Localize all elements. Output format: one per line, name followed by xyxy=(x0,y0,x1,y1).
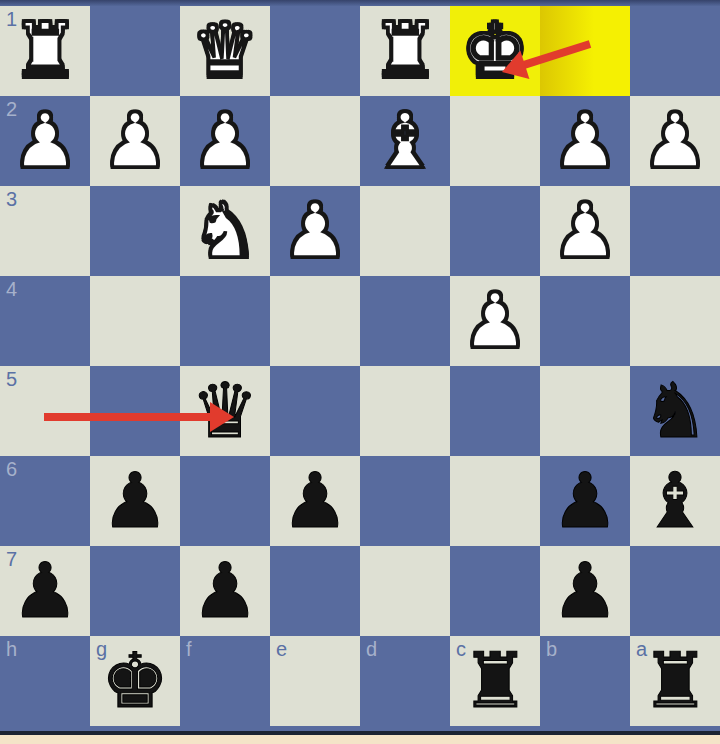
square-a2[interactable]: ♟ xyxy=(630,96,720,186)
square-a4[interactable] xyxy=(630,276,720,366)
square-a7[interactable] xyxy=(630,546,720,636)
black-pawn-f7: ♟ xyxy=(191,546,259,636)
square-a8[interactable]: a♜ xyxy=(630,636,720,726)
white-pawn-a2: ♟ xyxy=(641,96,709,186)
white-pawn-f2: ♟ xyxy=(191,96,259,186)
square-h1[interactable]: 1♜ xyxy=(0,6,90,96)
coordinate-label-7: 7 xyxy=(6,549,17,569)
square-a6[interactable]: ♝ xyxy=(630,456,720,546)
square-f6[interactable] xyxy=(180,456,270,546)
square-g8[interactable]: g♚ xyxy=(90,636,180,726)
square-f8[interactable]: f xyxy=(180,636,270,726)
square-h4[interactable]: 4 xyxy=(0,276,90,366)
coordinate-label-f: f xyxy=(186,639,192,659)
square-c1[interactable]: ♚ xyxy=(450,6,540,96)
square-c8[interactable]: c♜ xyxy=(450,636,540,726)
coordinate-label-b: b xyxy=(546,639,557,659)
coordinate-label-c: c xyxy=(456,639,466,659)
square-g7[interactable] xyxy=(90,546,180,636)
square-h8[interactable]: h xyxy=(0,636,90,726)
square-c2[interactable] xyxy=(450,96,540,186)
coordinate-label-d: d xyxy=(366,639,377,659)
square-e4[interactable] xyxy=(270,276,360,366)
bottom-panel-edge xyxy=(0,735,720,744)
square-e1[interactable] xyxy=(270,6,360,96)
black-pawn-h7: ♟ xyxy=(11,546,79,636)
black-knight-a5: ♞ xyxy=(641,366,709,456)
coordinate-label-e: e xyxy=(276,639,287,659)
black-bishop-a6: ♝ xyxy=(641,456,709,546)
black-pawn-b7: ♟ xyxy=(551,546,619,636)
white-bishop-d2: ♝ xyxy=(371,96,439,186)
square-e3[interactable]: ♟ xyxy=(270,186,360,276)
square-b5[interactable] xyxy=(540,366,630,456)
coordinate-label-3: 3 xyxy=(6,189,17,209)
chess-board: 1♜♛♜♚2♟♟♟♝♟♟3♞♟♟4♟5♛♞6♟♟♟♝7♟♟♟hg♚fedc♜ba… xyxy=(0,6,720,726)
white-queen-f1: ♛ xyxy=(191,6,259,96)
square-f5[interactable]: ♛ xyxy=(180,366,270,456)
square-h2[interactable]: 2♟ xyxy=(0,96,90,186)
square-f3[interactable]: ♞ xyxy=(180,186,270,276)
coordinate-label-1: 1 xyxy=(6,9,17,29)
square-g5[interactable] xyxy=(90,366,180,456)
white-pawn-h2: ♟ xyxy=(11,96,79,186)
square-d3[interactable] xyxy=(360,186,450,276)
square-g1[interactable] xyxy=(90,6,180,96)
coordinate-label-5: 5 xyxy=(6,369,17,389)
square-f7[interactable]: ♟ xyxy=(180,546,270,636)
square-g6[interactable]: ♟ xyxy=(90,456,180,546)
square-e8[interactable]: e xyxy=(270,636,360,726)
square-h5[interactable]: 5 xyxy=(0,366,90,456)
square-f4[interactable] xyxy=(180,276,270,366)
square-d1[interactable]: ♜ xyxy=(360,6,450,96)
white-pawn-g2: ♟ xyxy=(101,96,169,186)
square-b6[interactable]: ♟ xyxy=(540,456,630,546)
square-g2[interactable]: ♟ xyxy=(90,96,180,186)
square-c5[interactable] xyxy=(450,366,540,456)
square-c4[interactable]: ♟ xyxy=(450,276,540,366)
square-a1[interactable] xyxy=(630,6,720,96)
white-pawn-e3: ♟ xyxy=(281,186,349,276)
black-pawn-b6: ♟ xyxy=(551,456,619,546)
square-h6[interactable]: 6 xyxy=(0,456,90,546)
coordinate-label-g: g xyxy=(96,639,107,659)
white-king-c1: ♚ xyxy=(461,6,529,96)
white-rook-d1: ♜ xyxy=(371,6,439,96)
white-pawn-b3: ♟ xyxy=(551,186,619,276)
white-knight-f3: ♞ xyxy=(191,186,259,276)
square-c3[interactable] xyxy=(450,186,540,276)
black-king-g8: ♚ xyxy=(101,636,169,726)
square-d6[interactable] xyxy=(360,456,450,546)
square-e6[interactable]: ♟ xyxy=(270,456,360,546)
square-d8[interactable]: d xyxy=(360,636,450,726)
coordinate-label-4: 4 xyxy=(6,279,17,299)
square-e5[interactable] xyxy=(270,366,360,456)
square-c6[interactable] xyxy=(450,456,540,546)
square-d4[interactable] xyxy=(360,276,450,366)
black-pawn-g6: ♟ xyxy=(101,456,169,546)
coordinate-label-6: 6 xyxy=(6,459,17,479)
square-a5[interactable]: ♞ xyxy=(630,366,720,456)
square-b2[interactable]: ♟ xyxy=(540,96,630,186)
square-g4[interactable] xyxy=(90,276,180,366)
square-f2[interactable]: ♟ xyxy=(180,96,270,186)
square-h3[interactable]: 3 xyxy=(0,186,90,276)
coordinate-label-a: a xyxy=(636,639,647,659)
square-d2[interactable]: ♝ xyxy=(360,96,450,186)
square-b4[interactable] xyxy=(540,276,630,366)
square-f1[interactable]: ♛ xyxy=(180,6,270,96)
square-e2[interactable] xyxy=(270,96,360,186)
black-queen-f5: ♛ xyxy=(191,366,259,456)
square-g3[interactable] xyxy=(90,186,180,276)
square-e7[interactable] xyxy=(270,546,360,636)
square-b7[interactable]: ♟ xyxy=(540,546,630,636)
white-rook-h1: ♜ xyxy=(11,6,79,96)
white-pawn-c4: ♟ xyxy=(461,276,529,366)
square-d7[interactable] xyxy=(360,546,450,636)
square-h7[interactable]: 7♟ xyxy=(0,546,90,636)
coordinate-label-h: h xyxy=(6,639,17,659)
coordinate-label-2: 2 xyxy=(6,99,17,119)
black-rook-c8: ♜ xyxy=(461,636,529,726)
black-rook-a8: ♜ xyxy=(641,636,709,726)
square-a3[interactable] xyxy=(630,186,720,276)
square-d5[interactable] xyxy=(360,366,450,456)
white-pawn-b2: ♟ xyxy=(551,96,619,186)
square-b3[interactable]: ♟ xyxy=(540,186,630,276)
black-pawn-e6: ♟ xyxy=(281,456,349,546)
square-b8[interactable]: b xyxy=(540,636,630,726)
square-c7[interactable] xyxy=(450,546,540,636)
square-b1[interactable] xyxy=(540,6,630,96)
